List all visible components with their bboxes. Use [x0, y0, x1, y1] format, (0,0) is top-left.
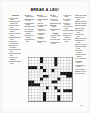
clue-text: Where the orchestra sits — [10, 41, 18, 44]
cell-number: 13 — [69, 58, 70, 59]
clue-text: Drama-club event — [77, 40, 85, 43]
cell-number: 39 — [35, 81, 36, 82]
clue: 47 Final bow follower — [37, 32, 49, 35]
clue-text: Aside, essentially — [52, 14, 59, 17]
clue: 37 Star's dressing room — [75, 46, 87, 49]
clue: 56 Encore request — [50, 24, 61, 27]
clue-text: Stagehand's burden — [26, 22, 34, 25]
clue-text: Leading lady, often — [26, 39, 35, 42]
cell-number: 19 — [43, 66, 44, 67]
clue-text: Box-office draw — [77, 14, 87, 16]
clue: 38 Dress rehearsal day — [37, 14, 49, 17]
clue: 16 Backstage pass holder — [9, 37, 22, 40]
cell-number: 10 — [61, 58, 62, 59]
clue-text: Encore request — [52, 24, 57, 27]
cell-number: 24 — [40, 69, 41, 70]
clue-text: Usher's walkway — [39, 36, 44, 39]
clue: 34 Drama-club event — [75, 40, 87, 43]
clue: 57 Closing-night party — [50, 28, 61, 31]
clue-text: Read-through session — [77, 54, 86, 57]
cell-number: 50 — [29, 90, 30, 91]
cell-number: 29 — [29, 75, 30, 76]
clue-text: Velvet-rope line — [77, 44, 87, 46]
clue: 9 Opening-night jitters — [9, 25, 22, 28]
cell-number: 37 — [67, 78, 68, 79]
cell-number: 58 — [29, 95, 30, 96]
clue: 13 Green-room snack — [75, 17, 87, 20]
clue: 11 Cue-card holder — [63, 39, 74, 42]
clue: 52 Props-table item — [37, 40, 49, 43]
clue-column-6: 12 Box-office draw13 Green-room snack20 … — [75, 14, 87, 101]
clue: 37 Leading lady, often — [25, 39, 37, 42]
clue-text: House-seats section — [39, 24, 47, 27]
cell-number: 32 — [64, 75, 65, 76]
clue: 53 Aside, essentially — [50, 14, 61, 17]
clue: 18 Mezzanine alternative — [9, 45, 22, 48]
cell-number: 45 — [32, 87, 33, 88]
grid-cell[interactable] — [69, 98, 72, 101]
clue: 26 Matinee starting hour — [25, 14, 37, 17]
cell-number: 51 — [46, 90, 47, 91]
cell-number: 15 — [43, 61, 44, 62]
cell-number: 30 — [49, 75, 50, 76]
cell-number: 54 — [46, 93, 47, 94]
cell-number: 42 — [40, 84, 41, 85]
clue: 36 Curtain-call gesture — [25, 35, 37, 38]
cell-number: 38 — [69, 78, 70, 79]
clue-text: Dress rehearsal day — [39, 14, 47, 17]
clue-text: Props-table item — [39, 40, 47, 43]
cell-number: 62 — [46, 98, 47, 99]
cell-number: 61 — [29, 98, 30, 99]
clue: 1 Org. for stage actors — [9, 17, 22, 20]
cell-number: 43 — [52, 84, 53, 85]
clue-text: Opening-night jitters — [10, 25, 19, 28]
cell-number: 56 — [67, 93, 68, 94]
clue-text: Fly-loft rigging — [77, 58, 86, 60]
clue-text: Stage-left opposite — [65, 35, 71, 38]
cell-number: 47 — [38, 87, 39, 88]
cell-number: 28 — [52, 72, 53, 73]
clue-text: Bit role — [39, 22, 43, 24]
clue: 39 Pit-band member — [75, 50, 87, 53]
clue-text: Good-luck stage phrase — [10, 33, 21, 36]
clue-text: Ticket-stub datum — [64, 14, 71, 17]
cell-number: 23 — [35, 69, 36, 70]
cell-number: 57 — [69, 93, 70, 94]
clue-text: Script marginal note — [39, 18, 49, 21]
cell-number: 52 — [55, 90, 56, 91]
clue: 28 Greasepaint go-with — [25, 18, 37, 21]
crossword-grid: 1234567891011121314151617181920212223242… — [28, 57, 73, 102]
clue-text: Closing-night party — [52, 28, 61, 31]
clue: 54 Troupe's travel plan — [50, 18, 61, 21]
cell-number: 35 — [46, 78, 47, 79]
cell-number: 33 — [29, 78, 30, 79]
cell-number: 22 — [32, 69, 33, 70]
cell-number: 25 — [46, 69, 47, 70]
clue-text: Understudy's chance — [77, 64, 86, 67]
clue-text: Agent's ten percent — [64, 18, 71, 21]
clue-column-5: 4 Ticket-stub datum5 Agent's ten percent… — [63, 14, 74, 55]
cell-number: 49 — [58, 87, 59, 88]
cell-number: 48 — [49, 87, 50, 88]
clue: 5 Agent's ten percent — [63, 18, 74, 21]
cell-number: 26 — [55, 69, 56, 70]
cell-number: 11 — [64, 58, 65, 59]
clue-text: Cue for an entrance — [10, 57, 17, 60]
clue: 1 Comedy-mask partner — [50, 35, 61, 38]
cell-number: 55 — [64, 93, 65, 94]
clue-text: Spotlight's beam — [77, 30, 84, 33]
cell-number: 18 — [58, 64, 59, 65]
cell-number: 40 — [40, 81, 41, 82]
clue: 31 Chorus-line step — [75, 34, 87, 37]
page-number: 75 — [78, 104, 85, 106]
clue-column-3: 38 Dress rehearsal day40 Script marginal… — [37, 14, 49, 55]
clue-text: Final curtain — [77, 73, 85, 75]
cell-number: 14 — [29, 61, 30, 62]
cell-number: 63 — [61, 98, 62, 99]
cell-number: 20 — [55, 66, 56, 67]
clue-text: Matinee starting hour — [26, 14, 34, 17]
clue-text: Noises offstage — [64, 30, 74, 32]
clue-column-1: ACROSS1 Org. for stage actors5 Shakespea… — [9, 14, 22, 98]
clue: 24 Cue for an entrance — [9, 57, 22, 60]
clue-text: Epic production — [77, 20, 87, 22]
clue-text: Final bow follower — [39, 32, 45, 35]
clue: 48 Usher's walkway — [37, 36, 49, 39]
cell-number: 44 — [29, 87, 30, 88]
cell-number: 16 — [58, 61, 59, 62]
clue-text: Opening number, e.g. — [39, 28, 47, 31]
cell-number: 21 — [29, 69, 30, 70]
clue: 40 Script marginal note — [37, 18, 49, 21]
clue-text: Playwright's early draft — [10, 49, 21, 52]
clue-text: Callback hopeful — [77, 60, 83, 63]
cell-number: 17 — [29, 64, 30, 65]
clue: 33 Prompter's offering — [25, 31, 37, 34]
clue-text: Aria specialist — [51, 39, 60, 41]
clue-text: Marquee headliner — [64, 22, 70, 25]
cell-number: 46 — [35, 87, 36, 88]
clue-text: Pit-band member — [77, 50, 83, 53]
clue: 29 Stagehand's burden — [25, 22, 37, 25]
cell-number: 53 — [29, 93, 30, 94]
clue-text: Greasepaint go-with — [26, 18, 34, 21]
clue-text: Backstage pass holder — [10, 37, 20, 40]
clue-text: Skit segment — [77, 68, 85, 70]
clue-text: Set designer's sketch — [51, 41, 60, 44]
clue: 3 Set designer's sketch — [50, 41, 61, 44]
clue: 40 Read-through session — [75, 54, 87, 57]
clue-text: One-act offering — [77, 38, 87, 40]
clue: 42 Callback hopeful — [75, 60, 87, 63]
cell-number: 60 — [61, 95, 62, 96]
clue: 20 Footlights' warm glow — [9, 53, 22, 56]
clue: 7 Old vaudeville house — [63, 26, 74, 29]
cell-number: 27 — [29, 72, 30, 73]
clue-column-4: 53 Aside, essentially54 Troupe's travel … — [50, 14, 61, 55]
clue-column-2: 26 Matinee starting hour28 Greasepaint g… — [25, 14, 37, 55]
clue-text: Comedy-mask partner — [51, 35, 60, 38]
clue-text: Mime's forte — [77, 27, 85, 29]
clue: 27 Spotlight's beam — [75, 30, 87, 33]
cell-number: 41 — [58, 81, 59, 82]
clue: 15 Good-luck stage phrase — [9, 33, 22, 36]
clue: 51 Final curtain — [75, 73, 87, 75]
clue-text: Standing ovation cause — [10, 61, 21, 64]
clue: 10 Stage-left opposite — [63, 35, 74, 38]
cell-number: 59 — [46, 95, 47, 96]
clue: 14 Classic theater balcony — [9, 29, 22, 32]
clue-text: Classic theater balcony — [10, 29, 20, 32]
clue-text: Back-row view — [77, 70, 86, 72]
clue: 46 Opening number, e.g. — [37, 28, 49, 31]
clue: 17 Where the orchestra sits — [9, 41, 22, 44]
clue: 45 House-seats section — [37, 24, 49, 27]
clue-text: Org. for stage actors — [10, 17, 19, 20]
clue-text: Footlights' warm glow — [10, 53, 21, 56]
cell-number: 31 — [61, 75, 62, 76]
clue-text: Old vaudeville house — [64, 26, 73, 29]
clue-text: Chorus-line step — [77, 34, 85, 37]
clue: 4 Ticket-stub datum — [63, 14, 74, 17]
clue-text: Act division — [26, 28, 33, 30]
puzzle-title: BREAK A LEG! — [0, 7, 90, 11]
clue-text: Prompter's offering — [26, 31, 33, 34]
clue-text: Star's dressing room — [77, 46, 87, 49]
clue-text: Curtain-call gesture — [26, 35, 34, 38]
clue: 25 Standing ovation cause — [9, 61, 22, 64]
clue-text: Ovation sound — [52, 22, 61, 24]
clue: 43 Understudy's chance — [75, 64, 87, 67]
cell-number: 36 — [61, 78, 62, 79]
clue-text: Green-room snack — [77, 17, 85, 20]
clue: 6 Marquee headliner — [63, 22, 74, 25]
clue-text: Ingenue's role — [64, 32, 73, 34]
clue: 19 Playwright's early draft — [9, 49, 22, 52]
clue-text: Troupe's travel plan — [52, 18, 58, 21]
clue-text: Mezzanine alternative — [10, 45, 17, 48]
clue: 5 Shakespearean villain's plan — [9, 21, 22, 24]
clue-text: Drama award — [26, 26, 34, 28]
cell-number: 12 — [67, 58, 68, 59]
clue-text: Cue-card holder — [65, 39, 71, 42]
page: BREAK A LEG! ACROSS1 Org. for stage acto… — [0, 0, 90, 113]
clue-text: Shakespearean villain's plan — [10, 21, 20, 24]
clue-section-header: ACROSS — [9, 15, 22, 17]
clue-text: Gala first night — [77, 25, 86, 27]
clue-text: Lobby gathering — [77, 23, 87, 25]
cell-number: 34 — [43, 78, 44, 79]
clue-section-header: DOWN — [50, 32, 61, 34]
